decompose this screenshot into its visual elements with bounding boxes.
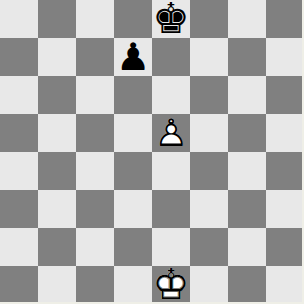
- piece-white-king[interactable]: ♚♔: [152, 266, 190, 304]
- square-f6[interactable]: [190, 76, 228, 114]
- square-g3[interactable]: [228, 190, 266, 228]
- square-e1[interactable]: ♚♔: [152, 266, 190, 304]
- square-h4[interactable]: [266, 152, 304, 190]
- square-d4[interactable]: [114, 152, 152, 190]
- square-c2[interactable]: [76, 228, 114, 266]
- square-d3[interactable]: [114, 190, 152, 228]
- square-c5[interactable]: [76, 114, 114, 152]
- white-king-outline-glyph: ♔: [152, 266, 190, 304]
- square-d8[interactable]: [114, 0, 152, 38]
- square-b3[interactable]: [38, 190, 76, 228]
- square-f7[interactable]: [190, 38, 228, 76]
- square-e7[interactable]: [152, 38, 190, 76]
- square-g2[interactable]: [228, 228, 266, 266]
- square-e5[interactable]: ♟♙: [152, 114, 190, 152]
- square-c4[interactable]: [76, 152, 114, 190]
- window-edge-right: [302, 0, 304, 304]
- square-a2[interactable]: [0, 228, 38, 266]
- square-g4[interactable]: [228, 152, 266, 190]
- square-a6[interactable]: [0, 76, 38, 114]
- square-b1[interactable]: [38, 266, 76, 304]
- square-d6[interactable]: [114, 76, 152, 114]
- square-f4[interactable]: [190, 152, 228, 190]
- chessboard-grid: ♚♟♟♙♚♔: [0, 0, 304, 304]
- square-g8[interactable]: [228, 0, 266, 38]
- square-e6[interactable]: [152, 76, 190, 114]
- square-a1[interactable]: [0, 266, 38, 304]
- square-e3[interactable]: [152, 190, 190, 228]
- square-h2[interactable]: [266, 228, 304, 266]
- square-f2[interactable]: [190, 228, 228, 266]
- square-f3[interactable]: [190, 190, 228, 228]
- square-h5[interactable]: [266, 114, 304, 152]
- square-f1[interactable]: [190, 266, 228, 304]
- piece-black-pawn[interactable]: ♟: [114, 38, 152, 76]
- white-pawn-outline-glyph: ♙: [152, 114, 190, 152]
- square-b2[interactable]: [38, 228, 76, 266]
- square-b6[interactable]: [38, 76, 76, 114]
- square-d2[interactable]: [114, 228, 152, 266]
- square-a3[interactable]: [0, 190, 38, 228]
- square-h8[interactable]: [266, 0, 304, 38]
- square-f8[interactable]: [190, 0, 228, 38]
- square-e4[interactable]: [152, 152, 190, 190]
- square-a5[interactable]: [0, 114, 38, 152]
- square-g6[interactable]: [228, 76, 266, 114]
- square-d7[interactable]: ♟: [114, 38, 152, 76]
- square-a7[interactable]: [0, 38, 38, 76]
- square-c3[interactable]: [76, 190, 114, 228]
- square-c8[interactable]: [76, 0, 114, 38]
- square-c7[interactable]: [76, 38, 114, 76]
- square-h6[interactable]: [266, 76, 304, 114]
- square-h1[interactable]: [266, 266, 304, 304]
- piece-white-pawn[interactable]: ♟♙: [152, 114, 190, 152]
- square-b5[interactable]: [38, 114, 76, 152]
- square-a8[interactable]: [0, 0, 38, 38]
- square-g7[interactable]: [228, 38, 266, 76]
- square-b8[interactable]: [38, 0, 76, 38]
- chess-diagram: ♚♟♟♙♚♔: [0, 0, 304, 304]
- square-b4[interactable]: [38, 152, 76, 190]
- square-c1[interactable]: [76, 266, 114, 304]
- square-a4[interactable]: [0, 152, 38, 190]
- square-b7[interactable]: [38, 38, 76, 76]
- square-h7[interactable]: [266, 38, 304, 76]
- square-g1[interactable]: [228, 266, 266, 304]
- square-g5[interactable]: [228, 114, 266, 152]
- square-h3[interactable]: [266, 190, 304, 228]
- square-d1[interactable]: [114, 266, 152, 304]
- square-f5[interactable]: [190, 114, 228, 152]
- square-c6[interactable]: [76, 76, 114, 114]
- piece-black-king[interactable]: ♚: [152, 0, 190, 38]
- square-e8[interactable]: ♚: [152, 0, 190, 38]
- square-d5[interactable]: [114, 114, 152, 152]
